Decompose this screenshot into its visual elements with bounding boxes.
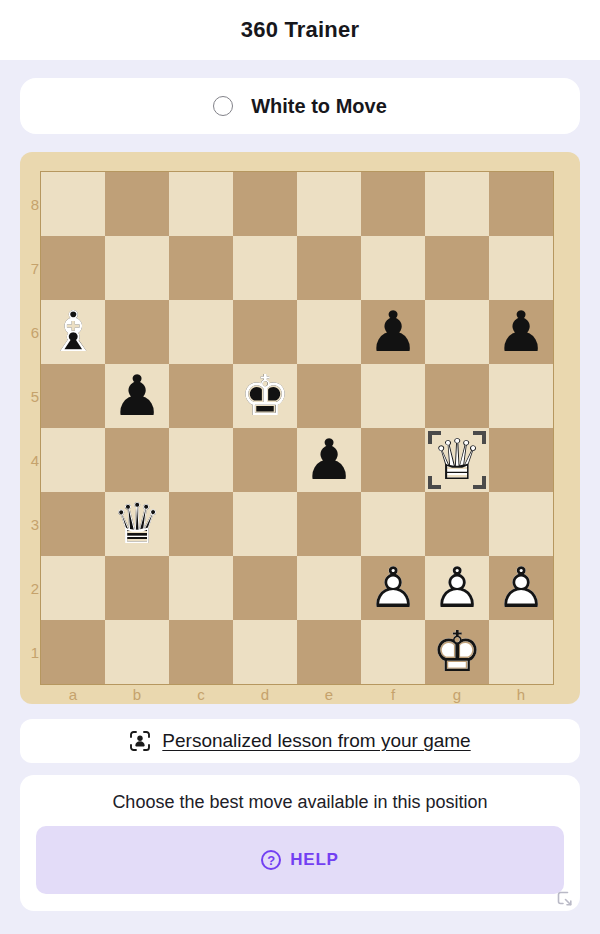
personalized-lesson-card[interactable]: Personalized lesson from your game: [20, 719, 580, 763]
piece-black-pawn[interactable]: ♟: [105, 364, 169, 428]
chess-board: ♝♗♟♟♟♚♔♟♛♕♛♕♟♙♟♙♟♙♚♔ 87654321abcdefgh: [20, 152, 580, 704]
piece-white-pawn[interactable]: ♟♙: [489, 556, 553, 620]
square-h2[interactable]: ♟♙: [489, 556, 553, 620]
help-button[interactable]: ? HELP: [36, 826, 564, 894]
square-a4[interactable]: [41, 428, 105, 492]
square-d7[interactable]: [233, 236, 297, 300]
square-c3[interactable]: [169, 492, 233, 556]
square-e4[interactable]: ♟: [297, 428, 361, 492]
board-grid: ♝♗♟♟♟♚♔♟♛♕♛♕♟♙♟♙♟♙♚♔: [41, 172, 553, 684]
square-a2[interactable]: [41, 556, 105, 620]
piece-black-pawn[interactable]: ♟: [297, 428, 361, 492]
square-f8[interactable]: [361, 172, 425, 236]
square-g6[interactable]: [425, 300, 489, 364]
square-d3[interactable]: [233, 492, 297, 556]
instruction-text: Choose the best move available in this p…: [20, 792, 580, 813]
help-button-label: HELP: [290, 850, 339, 870]
square-h5[interactable]: [489, 364, 553, 428]
rank-label-7: 7: [20, 236, 50, 300]
rank-label-6: 6: [20, 300, 50, 364]
rank-label-1: 1: [20, 620, 50, 684]
square-a8[interactable]: [41, 172, 105, 236]
square-e2[interactable]: [297, 556, 361, 620]
square-f1[interactable]: [361, 620, 425, 684]
square-g4[interactable]: ♛♕: [425, 428, 489, 492]
piece-black-pawn[interactable]: ♟: [361, 300, 425, 364]
square-b2[interactable]: [105, 556, 169, 620]
square-f3[interactable]: [361, 492, 425, 556]
file-label-g: g: [425, 685, 489, 704]
square-a3[interactable]: [41, 492, 105, 556]
square-f2[interactable]: ♟♙: [361, 556, 425, 620]
square-e8[interactable]: [297, 172, 361, 236]
square-d4[interactable]: [233, 428, 297, 492]
question-circle-icon: ?: [261, 850, 281, 870]
person-frame-icon: [129, 730, 151, 752]
square-a5[interactable]: [41, 364, 105, 428]
square-c8[interactable]: [169, 172, 233, 236]
square-b1[interactable]: [105, 620, 169, 684]
rank-label-3: 3: [20, 492, 50, 556]
personalized-lesson-link[interactable]: Personalized lesson from your game: [162, 730, 470, 752]
square-e3[interactable]: [297, 492, 361, 556]
square-h8[interactable]: [489, 172, 553, 236]
square-b8[interactable]: [105, 172, 169, 236]
resize-handle-icon[interactable]: [556, 890, 574, 908]
square-b7[interactable]: [105, 236, 169, 300]
turn-label: White to Move: [251, 95, 387, 118]
square-c4[interactable]: [169, 428, 233, 492]
white-turn-radio-icon[interactable]: [213, 96, 233, 116]
rank-label-5: 5: [20, 364, 50, 428]
square-g7[interactable]: [425, 236, 489, 300]
square-e1[interactable]: [297, 620, 361, 684]
square-f7[interactable]: [361, 236, 425, 300]
turn-indicator-card: White to Move: [20, 78, 580, 134]
instruction-card: Choose the best move available in this p…: [20, 775, 580, 911]
rank-label-4: 4: [20, 428, 50, 492]
square-e6[interactable]: [297, 300, 361, 364]
square-g3[interactable]: [425, 492, 489, 556]
square-b6[interactable]: [105, 300, 169, 364]
piece-black-queen[interactable]: ♛♕: [105, 492, 169, 556]
square-g5[interactable]: [425, 364, 489, 428]
app-header: 360 Trainer: [0, 0, 600, 60]
square-b3[interactable]: ♛♕: [105, 492, 169, 556]
square-a1[interactable]: [41, 620, 105, 684]
file-label-f: f: [361, 685, 425, 704]
square-h4[interactable]: [489, 428, 553, 492]
square-d6[interactable]: [233, 300, 297, 364]
square-e5[interactable]: [297, 364, 361, 428]
square-c2[interactable]: [169, 556, 233, 620]
square-e7[interactable]: [297, 236, 361, 300]
file-label-a: a: [41, 685, 105, 704]
file-label-h: h: [489, 685, 553, 704]
piece-white-queen[interactable]: ♛♕: [425, 428, 489, 492]
square-g2[interactable]: ♟♙: [425, 556, 489, 620]
piece-black-pawn[interactable]: ♟: [489, 300, 553, 364]
square-h1[interactable]: [489, 620, 553, 684]
piece-black-bishop[interactable]: ♝♗: [41, 300, 105, 364]
rank-label-8: 8: [20, 172, 50, 236]
square-h7[interactable]: [489, 236, 553, 300]
square-h3[interactable]: [489, 492, 553, 556]
piece-white-pawn[interactable]: ♟♙: [361, 556, 425, 620]
square-h6[interactable]: ♟: [489, 300, 553, 364]
square-c1[interactable]: [169, 620, 233, 684]
square-g8[interactable]: [425, 172, 489, 236]
page-title: 360 Trainer: [241, 17, 359, 43]
square-f5[interactable]: [361, 364, 425, 428]
file-label-b: b: [105, 685, 169, 704]
square-d2[interactable]: [233, 556, 297, 620]
square-f6[interactable]: ♟: [361, 300, 425, 364]
square-d8[interactable]: [233, 172, 297, 236]
file-label-e: e: [297, 685, 361, 704]
file-label-c: c: [169, 685, 233, 704]
square-b4[interactable]: [105, 428, 169, 492]
square-f4[interactable]: [361, 428, 425, 492]
square-a7[interactable]: [41, 236, 105, 300]
square-d1[interactable]: [233, 620, 297, 684]
square-g1[interactable]: ♚♔: [425, 620, 489, 684]
piece-black-king[interactable]: ♚♔: [233, 364, 297, 428]
square-c5[interactable]: [169, 364, 233, 428]
square-c6[interactable]: [169, 300, 233, 364]
square-c7[interactable]: [169, 236, 233, 300]
piece-white-king[interactable]: ♚♔: [425, 620, 489, 684]
file-label-d: d: [233, 685, 297, 704]
square-a6[interactable]: ♝♗: [41, 300, 105, 364]
square-d5[interactable]: ♚♔: [233, 364, 297, 428]
rank-label-2: 2: [20, 556, 50, 620]
piece-white-pawn[interactable]: ♟♙: [425, 556, 489, 620]
square-b5[interactable]: ♟: [105, 364, 169, 428]
